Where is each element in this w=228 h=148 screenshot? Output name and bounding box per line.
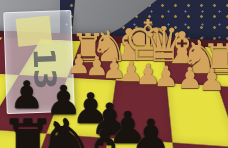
red-stripe — [208, 118, 217, 144]
board-square — [108, 80, 172, 142]
table-number-stand: 13 — [3, 10, 75, 114]
table-number-label: 13 — [22, 47, 67, 89]
yellow-note — [16, 15, 53, 46]
board-square — [116, 43, 166, 83]
tournament-photo: ♜♞♝♚♛♝♞♜♟♟♟♟♟♟♟♟♟♟♟♟♟♟♜♞♝ 13 — [0, 0, 228, 148]
blue-box — [206, 114, 228, 148]
